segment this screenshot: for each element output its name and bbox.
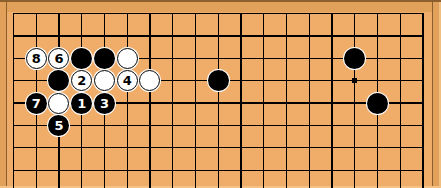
intersection bbox=[230, 47, 253, 69]
intersection bbox=[116, 181, 139, 188]
intersection bbox=[321, 114, 344, 136]
white-stone-move-8: 8 bbox=[26, 48, 47, 69]
intersection bbox=[389, 92, 412, 114]
intersection bbox=[412, 2, 435, 24]
intersection bbox=[321, 25, 344, 47]
intersection bbox=[230, 159, 253, 181]
intersection bbox=[275, 2, 298, 24]
intersection bbox=[389, 114, 412, 136]
black-stone bbox=[94, 48, 115, 69]
intersection bbox=[252, 2, 275, 24]
move-number-label: 3 bbox=[100, 96, 109, 109]
intersection bbox=[298, 159, 321, 181]
intersection bbox=[184, 92, 207, 114]
move-number-label: 5 bbox=[54, 118, 63, 131]
intersection bbox=[252, 181, 275, 188]
intersection bbox=[389, 47, 412, 69]
intersection bbox=[321, 181, 344, 188]
intersection bbox=[2, 114, 25, 136]
intersection bbox=[161, 137, 184, 159]
intersection bbox=[25, 159, 48, 181]
intersection bbox=[412, 159, 435, 181]
intersection bbox=[184, 114, 207, 136]
intersection bbox=[252, 137, 275, 159]
intersection bbox=[412, 47, 435, 69]
intersection bbox=[275, 47, 298, 69]
intersection bbox=[366, 2, 389, 24]
intersection bbox=[230, 114, 253, 136]
white-stone bbox=[94, 70, 115, 91]
intersection bbox=[275, 159, 298, 181]
intersection bbox=[2, 69, 25, 91]
intersection bbox=[184, 159, 207, 181]
intersection bbox=[161, 92, 184, 114]
intersection bbox=[321, 2, 344, 24]
intersection bbox=[2, 92, 25, 114]
white-stone bbox=[117, 48, 138, 69]
intersection bbox=[184, 47, 207, 69]
intersection bbox=[139, 181, 162, 188]
intersection bbox=[298, 25, 321, 47]
intersection bbox=[207, 2, 230, 24]
intersection bbox=[230, 137, 253, 159]
intersection bbox=[25, 114, 48, 136]
intersection bbox=[2, 2, 25, 24]
intersection bbox=[139, 92, 162, 114]
intersection bbox=[116, 92, 139, 114]
intersection bbox=[93, 137, 116, 159]
move-number-label: 2 bbox=[77, 74, 86, 87]
intersection bbox=[70, 25, 93, 47]
black-stone bbox=[344, 48, 365, 69]
intersection bbox=[116, 159, 139, 181]
intersection bbox=[2, 47, 25, 69]
intersection bbox=[412, 181, 435, 188]
intersection bbox=[389, 25, 412, 47]
intersection bbox=[343, 25, 366, 47]
intersection bbox=[70, 137, 93, 159]
intersection bbox=[389, 2, 412, 24]
go-board-grid: 86247135 bbox=[2, 2, 434, 188]
intersection bbox=[207, 25, 230, 47]
intersection bbox=[389, 181, 412, 188]
intersection bbox=[343, 137, 366, 159]
intersection bbox=[298, 137, 321, 159]
intersection bbox=[275, 114, 298, 136]
intersection bbox=[161, 114, 184, 136]
intersection bbox=[230, 92, 253, 114]
intersection bbox=[93, 181, 116, 188]
intersection bbox=[275, 181, 298, 188]
black-stone bbox=[367, 93, 388, 114]
intersection bbox=[161, 25, 184, 47]
intersection bbox=[298, 2, 321, 24]
intersection bbox=[207, 181, 230, 188]
intersection bbox=[343, 2, 366, 24]
intersection bbox=[48, 137, 71, 159]
intersection bbox=[25, 137, 48, 159]
intersection bbox=[252, 92, 275, 114]
intersection bbox=[275, 69, 298, 91]
intersection bbox=[139, 2, 162, 24]
move-number-label: 1 bbox=[77, 96, 86, 109]
intersection bbox=[252, 114, 275, 136]
intersection bbox=[389, 159, 412, 181]
intersection bbox=[25, 25, 48, 47]
move-number-label: 6 bbox=[54, 51, 63, 64]
black-stone-move-3: 3 bbox=[94, 93, 115, 114]
white-stone-move-4: 4 bbox=[117, 70, 138, 91]
intersection bbox=[321, 137, 344, 159]
intersection bbox=[207, 137, 230, 159]
intersection bbox=[70, 181, 93, 188]
intersection bbox=[2, 137, 25, 159]
intersection bbox=[93, 159, 116, 181]
intersection bbox=[298, 181, 321, 188]
intersection bbox=[116, 2, 139, 24]
intersection bbox=[343, 92, 366, 114]
intersection bbox=[70, 114, 93, 136]
black-stone bbox=[71, 48, 92, 69]
star-point bbox=[352, 78, 357, 83]
intersection bbox=[298, 69, 321, 91]
intersection bbox=[252, 69, 275, 91]
intersection bbox=[321, 92, 344, 114]
move-number-label: 7 bbox=[32, 96, 41, 109]
intersection bbox=[298, 47, 321, 69]
intersection bbox=[139, 137, 162, 159]
intersection bbox=[366, 47, 389, 69]
intersection bbox=[139, 25, 162, 47]
intersection bbox=[343, 159, 366, 181]
intersection bbox=[139, 47, 162, 69]
intersection bbox=[207, 47, 230, 69]
intersection bbox=[275, 137, 298, 159]
intersection bbox=[366, 181, 389, 188]
intersection bbox=[116, 137, 139, 159]
intersection bbox=[230, 2, 253, 24]
intersection bbox=[25, 2, 48, 24]
intersection bbox=[93, 2, 116, 24]
intersection bbox=[321, 47, 344, 69]
intersection bbox=[252, 47, 275, 69]
intersection bbox=[207, 159, 230, 181]
intersection bbox=[298, 92, 321, 114]
intersection bbox=[275, 25, 298, 47]
intersection bbox=[275, 92, 298, 114]
intersection bbox=[366, 69, 389, 91]
intersection bbox=[48, 2, 71, 24]
intersection bbox=[139, 114, 162, 136]
black-stone-move-1: 1 bbox=[71, 93, 92, 114]
intersection bbox=[70, 2, 93, 24]
intersection bbox=[321, 159, 344, 181]
intersection bbox=[2, 181, 25, 188]
intersection bbox=[412, 69, 435, 91]
intersection bbox=[25, 69, 48, 91]
intersection bbox=[161, 181, 184, 188]
intersection bbox=[161, 159, 184, 181]
intersection bbox=[2, 159, 25, 181]
intersection bbox=[412, 92, 435, 114]
black-stone-move-7: 7 bbox=[26, 93, 47, 114]
intersection bbox=[252, 159, 275, 181]
black-stone bbox=[208, 70, 229, 91]
intersection bbox=[184, 69, 207, 91]
intersection bbox=[184, 2, 207, 24]
intersection bbox=[93, 25, 116, 47]
intersection bbox=[139, 159, 162, 181]
intersection bbox=[184, 137, 207, 159]
intersection bbox=[70, 159, 93, 181]
move-number-label: 8 bbox=[32, 51, 41, 64]
intersection bbox=[184, 181, 207, 188]
intersection bbox=[230, 181, 253, 188]
intersection bbox=[366, 114, 389, 136]
intersection bbox=[48, 159, 71, 181]
intersection bbox=[207, 92, 230, 114]
intersection bbox=[252, 25, 275, 47]
intersection bbox=[230, 25, 253, 47]
intersection bbox=[389, 137, 412, 159]
intersection bbox=[25, 181, 48, 188]
move-number-label: 4 bbox=[123, 74, 132, 87]
intersection bbox=[321, 69, 344, 91]
intersection bbox=[366, 25, 389, 47]
white-stone bbox=[48, 93, 69, 114]
intersection bbox=[343, 114, 366, 136]
intersection bbox=[116, 114, 139, 136]
intersection bbox=[366, 159, 389, 181]
intersection bbox=[389, 69, 412, 91]
intersection bbox=[2, 25, 25, 47]
intersection bbox=[161, 2, 184, 24]
intersection bbox=[161, 47, 184, 69]
intersection bbox=[343, 181, 366, 188]
intersection bbox=[230, 69, 253, 91]
intersection bbox=[412, 114, 435, 136]
intersection bbox=[366, 137, 389, 159]
intersection bbox=[412, 25, 435, 47]
go-diagram: 86247135 bbox=[0, 0, 441, 188]
intersection bbox=[184, 25, 207, 47]
intersection bbox=[48, 181, 71, 188]
intersection bbox=[93, 114, 116, 136]
intersection bbox=[161, 69, 184, 91]
intersection bbox=[412, 137, 435, 159]
intersection bbox=[207, 114, 230, 136]
intersection bbox=[116, 25, 139, 47]
intersection bbox=[298, 114, 321, 136]
intersection bbox=[48, 25, 71, 47]
